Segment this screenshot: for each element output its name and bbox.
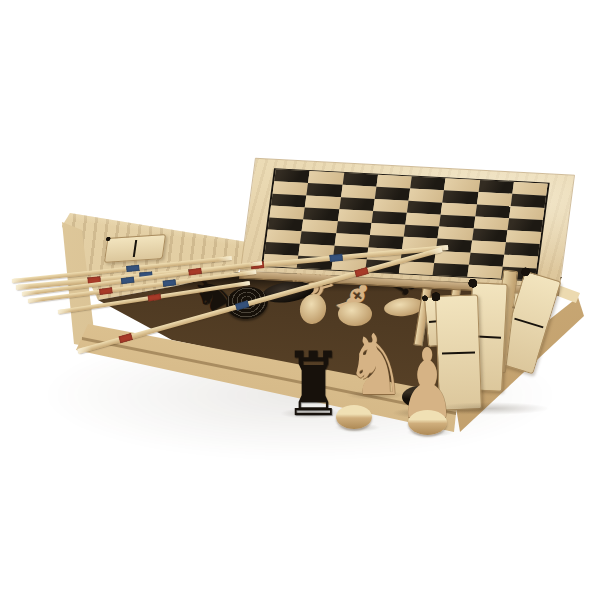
natural-knight: ♞ [346, 323, 406, 407]
black-rook: ♜ [284, 341, 343, 429]
loose-pieces-layer: ♜♞♟ [0, 0, 600, 600]
natural-checker [336, 405, 372, 429]
natural-checker [408, 410, 447, 435]
game-box-photo: ♛♚♝♞ ♜♞♟ [0, 0, 600, 600]
